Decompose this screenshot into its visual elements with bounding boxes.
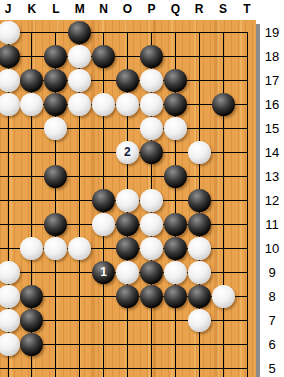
stone-white-P10[interactable] — [140, 237, 163, 260]
stone-black-O11[interactable] — [116, 213, 139, 236]
intersection-J8[interactable] — [0, 284, 20, 308]
intersection-O15[interactable] — [116, 116, 140, 140]
intersection-P8[interactable] — [139, 284, 163, 308]
column-label-T: T — [243, 2, 250, 16]
intersection-T8[interactable] — [235, 284, 256, 308]
stone-white-J19[interactable] — [0, 21, 20, 44]
column-label-J: J — [5, 2, 12, 16]
intersection-K9[interactable] — [20, 260, 44, 284]
intersection-O13[interactable] — [116, 164, 140, 188]
intersection-T11[interactable] — [235, 212, 256, 236]
stone-white-S8[interactable] — [212, 285, 235, 308]
stone-white-M18[interactable] — [68, 45, 91, 68]
intersection-S19[interactable] — [211, 20, 235, 44]
stone-white-Q9[interactable] — [164, 261, 187, 284]
intersection-L19[interactable] — [44, 20, 68, 44]
move-number-2: 2 — [124, 145, 131, 159]
intersection-N14[interactable] — [92, 140, 116, 164]
intersection-O10[interactable] — [116, 236, 140, 260]
intersection-M8[interactable] — [68, 284, 92, 308]
intersection-Q13[interactable] — [163, 164, 187, 188]
row-label-11: 11 — [260, 217, 284, 232]
intersection-T14[interactable] — [235, 140, 256, 164]
intersection-Q15[interactable] — [163, 116, 187, 140]
intersection-J14[interactable] — [0, 140, 20, 164]
intersection-R9[interactable] — [187, 260, 211, 284]
intersection-J17[interactable] — [0, 68, 20, 92]
intersection-J12[interactable] — [0, 188, 20, 212]
stone-white-J8[interactable] — [0, 285, 20, 308]
intersection-O9[interactable] — [116, 260, 140, 284]
stone-black-O17[interactable] — [116, 69, 139, 92]
intersection-S17[interactable] — [211, 68, 235, 92]
intersection-N6[interactable] — [92, 332, 116, 356]
intersection-O17[interactable] — [116, 68, 140, 92]
intersection-K16[interactable] — [20, 92, 44, 116]
intersection-M13[interactable] — [68, 164, 92, 188]
row-label-13: 13 — [260, 169, 284, 184]
stone-black-O8[interactable] — [116, 285, 139, 308]
stone-white-R14[interactable] — [188, 141, 211, 164]
stone-black-K8[interactable] — [20, 285, 43, 308]
intersection-K15[interactable] — [20, 116, 44, 140]
intersection-R12[interactable] — [187, 188, 211, 212]
intersection-P10[interactable] — [139, 236, 163, 260]
intersection-P9[interactable] — [139, 260, 163, 284]
stone-black-P18[interactable] — [140, 45, 163, 68]
intersection-R16[interactable] — [187, 92, 211, 116]
row-label-5: 5 — [260, 361, 284, 376]
intersection-J7[interactable] — [0, 308, 20, 332]
intersection-K6[interactable] — [20, 332, 44, 356]
intersection-R8[interactable] — [187, 284, 211, 308]
intersection-K12[interactable] — [20, 188, 44, 212]
intersection-Q7[interactable] — [163, 308, 187, 332]
intersection-R5[interactable] — [187, 356, 211, 377]
intersection-P19[interactable] — [139, 20, 163, 44]
intersection-R10[interactable] — [187, 236, 211, 260]
stone-white-R7[interactable] — [188, 309, 211, 332]
intersection-Q10[interactable] — [163, 236, 187, 260]
intersection-S7[interactable] — [211, 308, 235, 332]
stone-black-N12[interactable] — [92, 189, 115, 212]
intersection-J9[interactable] — [0, 260, 20, 284]
intersection-J16[interactable] — [0, 92, 20, 116]
stone-black-L11[interactable] — [44, 213, 67, 236]
row-label-6: 6 — [260, 337, 284, 352]
intersection-Q18[interactable] — [163, 44, 187, 68]
stone-white-P16[interactable] — [140, 93, 163, 116]
row-label-7: 7 — [260, 313, 284, 328]
stone-black-Q10[interactable] — [164, 237, 187, 260]
stone-black-J18[interactable] — [0, 45, 20, 68]
intersection-N5[interactable] — [92, 356, 116, 377]
intersection-J5[interactable] — [0, 356, 20, 377]
intersection-M12[interactable] — [68, 188, 92, 212]
intersection-P13[interactable] — [139, 164, 163, 188]
intersection-T13[interactable] — [235, 164, 256, 188]
intersection-L8[interactable] — [44, 284, 68, 308]
stone-white-N16[interactable] — [92, 93, 115, 116]
intersection-R11[interactable] — [187, 212, 211, 236]
stone-black-L18[interactable] — [44, 45, 67, 68]
intersection-S12[interactable] — [211, 188, 235, 212]
intersection-N11[interactable] — [92, 212, 116, 236]
stone-black-M19[interactable] — [68, 21, 91, 44]
stone-black-L17[interactable] — [44, 69, 67, 92]
intersection-M10[interactable] — [68, 236, 92, 260]
intersection-M18[interactable] — [68, 44, 92, 68]
intersection-K14[interactable] — [20, 140, 44, 164]
intersection-Q9[interactable] — [163, 260, 187, 284]
intersection-L9[interactable] — [44, 260, 68, 284]
intersection-L16[interactable] — [44, 92, 68, 116]
intersection-J13[interactable] — [0, 164, 20, 188]
intersection-R18[interactable] — [187, 44, 211, 68]
stone-black-Q13[interactable] — [164, 165, 187, 188]
intersection-K17[interactable] — [20, 68, 44, 92]
column-label-Q: Q — [171, 2, 180, 16]
intersection-T6[interactable] — [235, 332, 256, 356]
intersection-S6[interactable] — [211, 332, 235, 356]
intersection-M6[interactable] — [68, 332, 92, 356]
stone-white-N11[interactable] — [92, 213, 115, 236]
intersection-L11[interactable] — [44, 212, 68, 236]
column-label-P: P — [147, 2, 155, 16]
row-label-19: 19 — [260, 25, 284, 40]
row-label-17: 17 — [260, 73, 284, 88]
intersection-M9[interactable] — [68, 260, 92, 284]
intersection-P17[interactable] — [139, 68, 163, 92]
intersection-S11[interactable] — [211, 212, 235, 236]
intersection-L15[interactable] — [44, 116, 68, 140]
row-label-15: 15 — [260, 121, 284, 136]
intersection-R19[interactable] — [187, 20, 211, 44]
stone-white-P15[interactable] — [140, 117, 163, 140]
intersection-L6[interactable] — [44, 332, 68, 356]
stone-white-J16[interactable] — [0, 93, 20, 116]
intersection-R17[interactable] — [187, 68, 211, 92]
row-label-14: 14 — [260, 145, 284, 160]
intersection-J10[interactable] — [0, 236, 20, 260]
stone-white-P11[interactable] — [140, 213, 163, 236]
stone-white-P12[interactable] — [140, 189, 163, 212]
column-label-N: N — [99, 2, 108, 16]
column-labels: JKLMNOPQRST — [0, 0, 284, 20]
intersection-J19[interactable] — [0, 20, 20, 44]
intersection-M11[interactable] — [68, 212, 92, 236]
intersections-grid: 21 — [0, 20, 256, 377]
intersection-N17[interactable] — [92, 68, 116, 92]
intersection-O5[interactable] — [116, 356, 140, 377]
stone-white-J6[interactable] — [0, 333, 20, 356]
intersection-K11[interactable] — [20, 212, 44, 236]
column-label-S: S — [219, 2, 227, 16]
intersection-T15[interactable] — [235, 116, 256, 140]
intersection-K10[interactable] — [20, 236, 44, 260]
intersection-O11[interactable] — [116, 212, 140, 236]
stone-white-M16[interactable] — [68, 93, 91, 116]
intersection-N10[interactable] — [92, 236, 116, 260]
stone-black-R11[interactable] — [188, 213, 211, 236]
intersection-T5[interactable] — [235, 356, 256, 377]
intersection-J18[interactable] — [0, 44, 20, 68]
stone-white-O14[interactable]: 2 — [116, 141, 139, 164]
intersection-O16[interactable] — [116, 92, 140, 116]
intersection-K19[interactable] — [20, 20, 44, 44]
intersection-L12[interactable] — [44, 188, 68, 212]
intersection-L10[interactable] — [44, 236, 68, 260]
intersection-J15[interactable] — [0, 116, 20, 140]
intersection-O8[interactable] — [116, 284, 140, 308]
intersection-N13[interactable] — [92, 164, 116, 188]
intersection-Q12[interactable] — [163, 188, 187, 212]
intersection-T10[interactable] — [235, 236, 256, 260]
intersection-Q6[interactable] — [163, 332, 187, 356]
intersection-T7[interactable] — [235, 308, 256, 332]
stone-black-N9[interactable]: 1 — [92, 261, 115, 284]
intersection-O18[interactable] — [116, 44, 140, 68]
intersection-M15[interactable] — [68, 116, 92, 140]
intersection-S14[interactable] — [211, 140, 235, 164]
intersection-N15[interactable] — [92, 116, 116, 140]
stone-white-P17[interactable] — [140, 69, 163, 92]
intersection-L18[interactable] — [44, 44, 68, 68]
column-label-K: K — [28, 2, 37, 16]
intersection-T16[interactable] — [235, 92, 256, 116]
go-board-screenshot: 21 JKLMNOPQRST 1918171615141312111098765 — [0, 0, 284, 377]
stone-black-L16[interactable] — [44, 93, 67, 116]
row-label-18: 18 — [260, 49, 284, 64]
stone-white-L10[interactable] — [44, 237, 67, 260]
intersection-S5[interactable] — [211, 356, 235, 377]
stone-black-K6[interactable] — [20, 333, 43, 356]
intersection-S18[interactable] — [211, 44, 235, 68]
intersection-M16[interactable] — [68, 92, 92, 116]
stone-white-R10[interactable] — [188, 237, 211, 260]
intersection-M7[interactable] — [68, 308, 92, 332]
intersection-N8[interactable] — [92, 284, 116, 308]
stone-black-Q16[interactable] — [164, 93, 187, 116]
column-label-L: L — [52, 2, 59, 16]
intersection-L14[interactable] — [44, 140, 68, 164]
intersection-N16[interactable] — [92, 92, 116, 116]
intersection-R6[interactable] — [187, 332, 211, 356]
stone-white-K16[interactable] — [20, 93, 43, 116]
stone-black-S16[interactable] — [212, 93, 235, 116]
intersection-Q5[interactable] — [163, 356, 187, 377]
stone-black-L13[interactable] — [44, 165, 67, 188]
intersection-P18[interactable] — [139, 44, 163, 68]
intersection-T9[interactable] — [235, 260, 256, 284]
intersection-K8[interactable] — [20, 284, 44, 308]
column-label-M: M — [75, 2, 85, 16]
intersection-S16[interactable] — [211, 92, 235, 116]
intersection-M19[interactable] — [68, 20, 92, 44]
intersection-J6[interactable] — [0, 332, 20, 356]
intersection-P14[interactable] — [139, 140, 163, 164]
intersection-K13[interactable] — [20, 164, 44, 188]
stone-white-Q15[interactable] — [164, 117, 187, 140]
intersection-Q17[interactable] — [163, 68, 187, 92]
intersection-S10[interactable] — [211, 236, 235, 260]
intersection-N18[interactable] — [92, 44, 116, 68]
stone-black-P14[interactable] — [140, 141, 163, 164]
stone-black-N18[interactable] — [92, 45, 115, 68]
row-label-12: 12 — [260, 193, 284, 208]
intersection-Q11[interactable] — [163, 212, 187, 236]
stone-white-M17[interactable] — [68, 69, 91, 92]
intersection-P6[interactable] — [139, 332, 163, 356]
intersection-R14[interactable] — [187, 140, 211, 164]
move-number-1: 1 — [100, 265, 107, 279]
go-board: 21 — [0, 20, 256, 377]
stone-white-R9[interactable] — [188, 261, 211, 284]
intersection-O12[interactable] — [116, 188, 140, 212]
intersection-T19[interactable] — [235, 20, 256, 44]
intersection-L17[interactable] — [44, 68, 68, 92]
row-labels: 1918171615141312111098765 — [260, 0, 284, 377]
stone-black-K17[interactable] — [20, 69, 43, 92]
intersection-T18[interactable] — [235, 44, 256, 68]
intersection-Q19[interactable] — [163, 20, 187, 44]
intersection-S13[interactable] — [211, 164, 235, 188]
intersection-P16[interactable] — [139, 92, 163, 116]
stone-black-Q8[interactable] — [164, 285, 187, 308]
intersection-J11[interactable] — [0, 212, 20, 236]
intersection-P5[interactable] — [139, 356, 163, 377]
stone-black-R12[interactable] — [188, 189, 211, 212]
intersection-P11[interactable] — [139, 212, 163, 236]
row-label-16: 16 — [260, 97, 284, 112]
intersection-Q16[interactable] — [163, 92, 187, 116]
intersection-P7[interactable] — [139, 308, 163, 332]
intersection-K5[interactable] — [20, 356, 44, 377]
intersection-L5[interactable] — [44, 356, 68, 377]
intersection-R15[interactable] — [187, 116, 211, 140]
stone-black-P8[interactable] — [140, 285, 163, 308]
intersection-O7[interactable] — [116, 308, 140, 332]
stone-black-K7[interactable] — [20, 309, 43, 332]
intersection-M5[interactable] — [68, 356, 92, 377]
intersection-N19[interactable] — [92, 20, 116, 44]
intersection-M14[interactable] — [68, 140, 92, 164]
stone-white-M10[interactable] — [68, 237, 91, 260]
stone-white-O9[interactable] — [116, 261, 139, 284]
stone-white-K10[interactable] — [20, 237, 43, 260]
intersection-S15[interactable] — [211, 116, 235, 140]
stone-black-R8[interactable] — [188, 285, 211, 308]
intersection-O19[interactable] — [116, 20, 140, 44]
intersection-L7[interactable] — [44, 308, 68, 332]
row-label-9: 9 — [260, 265, 284, 280]
stone-white-J9[interactable] — [0, 261, 20, 284]
intersection-K7[interactable] — [20, 308, 44, 332]
stone-white-J7[interactable] — [0, 309, 20, 332]
stone-black-O10[interactable] — [116, 237, 139, 260]
intersection-Q14[interactable] — [163, 140, 187, 164]
column-label-R: R — [195, 2, 204, 16]
stone-black-P9[interactable] — [140, 261, 163, 284]
intersection-S8[interactable] — [211, 284, 235, 308]
intersection-M17[interactable] — [68, 68, 92, 92]
intersection-K18[interactable] — [20, 44, 44, 68]
intersection-Q8[interactable] — [163, 284, 187, 308]
stone-white-O12[interactable] — [116, 189, 139, 212]
intersection-P15[interactable] — [139, 116, 163, 140]
stone-black-Q17[interactable] — [164, 69, 187, 92]
row-label-8: 8 — [260, 289, 284, 304]
intersection-T17[interactable] — [235, 68, 256, 92]
row-label-10: 10 — [260, 241, 284, 256]
intersection-T12[interactable] — [235, 188, 256, 212]
intersection-P12[interactable] — [139, 188, 163, 212]
stone-black-Q11[interactable] — [164, 213, 187, 236]
intersection-N9[interactable]: 1 — [92, 260, 116, 284]
intersection-O6[interactable] — [116, 332, 140, 356]
intersection-L13[interactable] — [44, 164, 68, 188]
intersection-O14[interactable]: 2 — [116, 140, 140, 164]
intersection-R13[interactable] — [187, 164, 211, 188]
intersection-N7[interactable] — [92, 308, 116, 332]
intersection-N12[interactable] — [92, 188, 116, 212]
intersection-R7[interactable] — [187, 308, 211, 332]
stone-white-O16[interactable] — [116, 93, 139, 116]
stone-white-L15[interactable] — [44, 117, 67, 140]
column-label-O: O — [123, 2, 132, 16]
stone-white-J17[interactable] — [0, 69, 20, 92]
intersection-S9[interactable] — [211, 260, 235, 284]
